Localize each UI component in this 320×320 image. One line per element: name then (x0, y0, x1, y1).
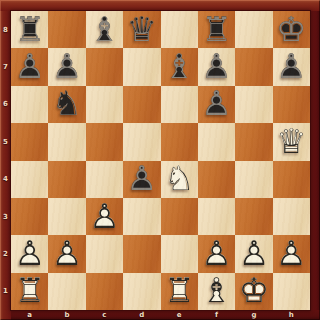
board-grid: ♜♖♝♗♛♕♜♖♚♔♟♙♟♙♝♗♟♙♟♙♞♘♟♙♛♕♟♙♞♘♟♙♟♙♟♙♟♙♟♙… (11, 11, 310, 310)
square-f6: ♟♙ (198, 86, 235, 123)
black-pawn-icon: ♟♙ (123, 161, 160, 198)
rank-labels: 87654321 (0, 11, 11, 310)
rank-label-6: 6 (0, 86, 11, 123)
black-queen-icon: ♛♕ (123, 11, 160, 48)
square-e6 (161, 86, 198, 123)
square-f7: ♟♙ (198, 48, 235, 85)
rank-label-2: 2 (0, 235, 11, 272)
square-e7: ♝♗ (161, 48, 198, 85)
square-a5 (11, 123, 48, 160)
square-d8: ♛♕ (123, 11, 160, 48)
square-f8: ♜♖ (198, 11, 235, 48)
chess-board: ♜♖♝♗♛♕♜♖♚♔♟♙♟♙♝♗♟♙♟♙♞♘♟♙♛♕♟♙♞♘♟♙♟♙♟♙♟♙♟♙… (0, 0, 320, 320)
square-b3 (48, 198, 85, 235)
file-labels: abcdefgh (11, 310, 310, 320)
black-pawn-icon: ♟♙ (198, 86, 235, 123)
white-pawn-icon: ♟♙ (48, 235, 85, 272)
black-king-icon: ♚♔ (273, 11, 310, 48)
rank-label-4: 4 (0, 161, 11, 198)
square-h5: ♛♕ (273, 123, 310, 160)
white-pawn-icon: ♟♙ (11, 235, 48, 272)
square-e8 (161, 11, 198, 48)
square-b7: ♟♙ (48, 48, 85, 85)
white-queen-icon: ♛♕ (273, 123, 310, 160)
square-c2 (86, 235, 123, 272)
file-label-d: d (123, 310, 160, 320)
square-g3 (235, 198, 272, 235)
square-d6 (123, 86, 160, 123)
white-bishop-icon: ♝♗ (198, 273, 235, 310)
white-knight-icon: ♞♘ (161, 161, 198, 198)
white-rook-icon: ♜♖ (11, 273, 48, 310)
square-h3 (273, 198, 310, 235)
square-a6 (11, 86, 48, 123)
square-f1: ♝♗ (198, 273, 235, 310)
square-e3 (161, 198, 198, 235)
white-king-icon: ♚♔ (235, 273, 272, 310)
file-label-a: a (11, 310, 48, 320)
white-pawn-icon: ♟♙ (86, 198, 123, 235)
square-b8 (48, 11, 85, 48)
file-label-f: f (198, 310, 235, 320)
square-c7 (86, 48, 123, 85)
black-pawn-icon: ♟♙ (48, 48, 85, 85)
square-a4 (11, 161, 48, 198)
square-f5 (198, 123, 235, 160)
square-e1: ♜♖ (161, 273, 198, 310)
square-c5 (86, 123, 123, 160)
black-pawn-icon: ♟♙ (198, 48, 235, 85)
square-g6 (235, 86, 272, 123)
square-g7 (235, 48, 272, 85)
square-c8: ♝♗ (86, 11, 123, 48)
white-pawn-icon: ♟♙ (235, 235, 272, 272)
square-g4 (235, 161, 272, 198)
black-pawn-icon: ♟♙ (11, 48, 48, 85)
square-b4 (48, 161, 85, 198)
file-label-b: b (48, 310, 85, 320)
square-h1 (273, 273, 310, 310)
square-e5 (161, 123, 198, 160)
black-knight-icon: ♞♘ (48, 86, 85, 123)
square-g8 (235, 11, 272, 48)
square-a8: ♜♖ (11, 11, 48, 48)
square-h8: ♚♔ (273, 11, 310, 48)
black-pawn-icon: ♟♙ (273, 48, 310, 85)
square-d1 (123, 273, 160, 310)
square-b6: ♞♘ (48, 86, 85, 123)
square-f4 (198, 161, 235, 198)
square-a3 (11, 198, 48, 235)
square-e4: ♞♘ (161, 161, 198, 198)
black-bishop-icon: ♝♗ (161, 48, 198, 85)
square-d4: ♟♙ (123, 161, 160, 198)
square-f2: ♟♙ (198, 235, 235, 272)
square-b1 (48, 273, 85, 310)
square-h6 (273, 86, 310, 123)
file-label-e: e (161, 310, 198, 320)
white-rook-icon: ♜♖ (161, 273, 198, 310)
rank-label-5: 5 (0, 123, 11, 160)
square-c4 (86, 161, 123, 198)
rank-label-7: 7 (0, 48, 11, 85)
square-g5 (235, 123, 272, 160)
black-rook-icon: ♜♖ (11, 11, 48, 48)
white-pawn-icon: ♟♙ (273, 235, 310, 272)
square-c3: ♟♙ (86, 198, 123, 235)
square-h7: ♟♙ (273, 48, 310, 85)
square-g1: ♚♔ (235, 273, 272, 310)
rank-label-8: 8 (0, 11, 11, 48)
square-d3 (123, 198, 160, 235)
square-e2 (161, 235, 198, 272)
square-c1 (86, 273, 123, 310)
square-b2: ♟♙ (48, 235, 85, 272)
square-d2 (123, 235, 160, 272)
black-bishop-icon: ♝♗ (86, 11, 123, 48)
square-a1: ♜♖ (11, 273, 48, 310)
square-a7: ♟♙ (11, 48, 48, 85)
square-g2: ♟♙ (235, 235, 272, 272)
file-label-h: h (273, 310, 310, 320)
square-a2: ♟♙ (11, 235, 48, 272)
file-label-g: g (235, 310, 272, 320)
square-c6 (86, 86, 123, 123)
square-f3 (198, 198, 235, 235)
white-pawn-icon: ♟♙ (198, 235, 235, 272)
square-d5 (123, 123, 160, 160)
rank-label-3: 3 (0, 198, 11, 235)
square-d7 (123, 48, 160, 85)
square-h4 (273, 161, 310, 198)
file-label-c: c (86, 310, 123, 320)
rank-label-1: 1 (0, 273, 11, 310)
square-b5 (48, 123, 85, 160)
square-h2: ♟♙ (273, 235, 310, 272)
black-rook-icon: ♜♖ (198, 11, 235, 48)
